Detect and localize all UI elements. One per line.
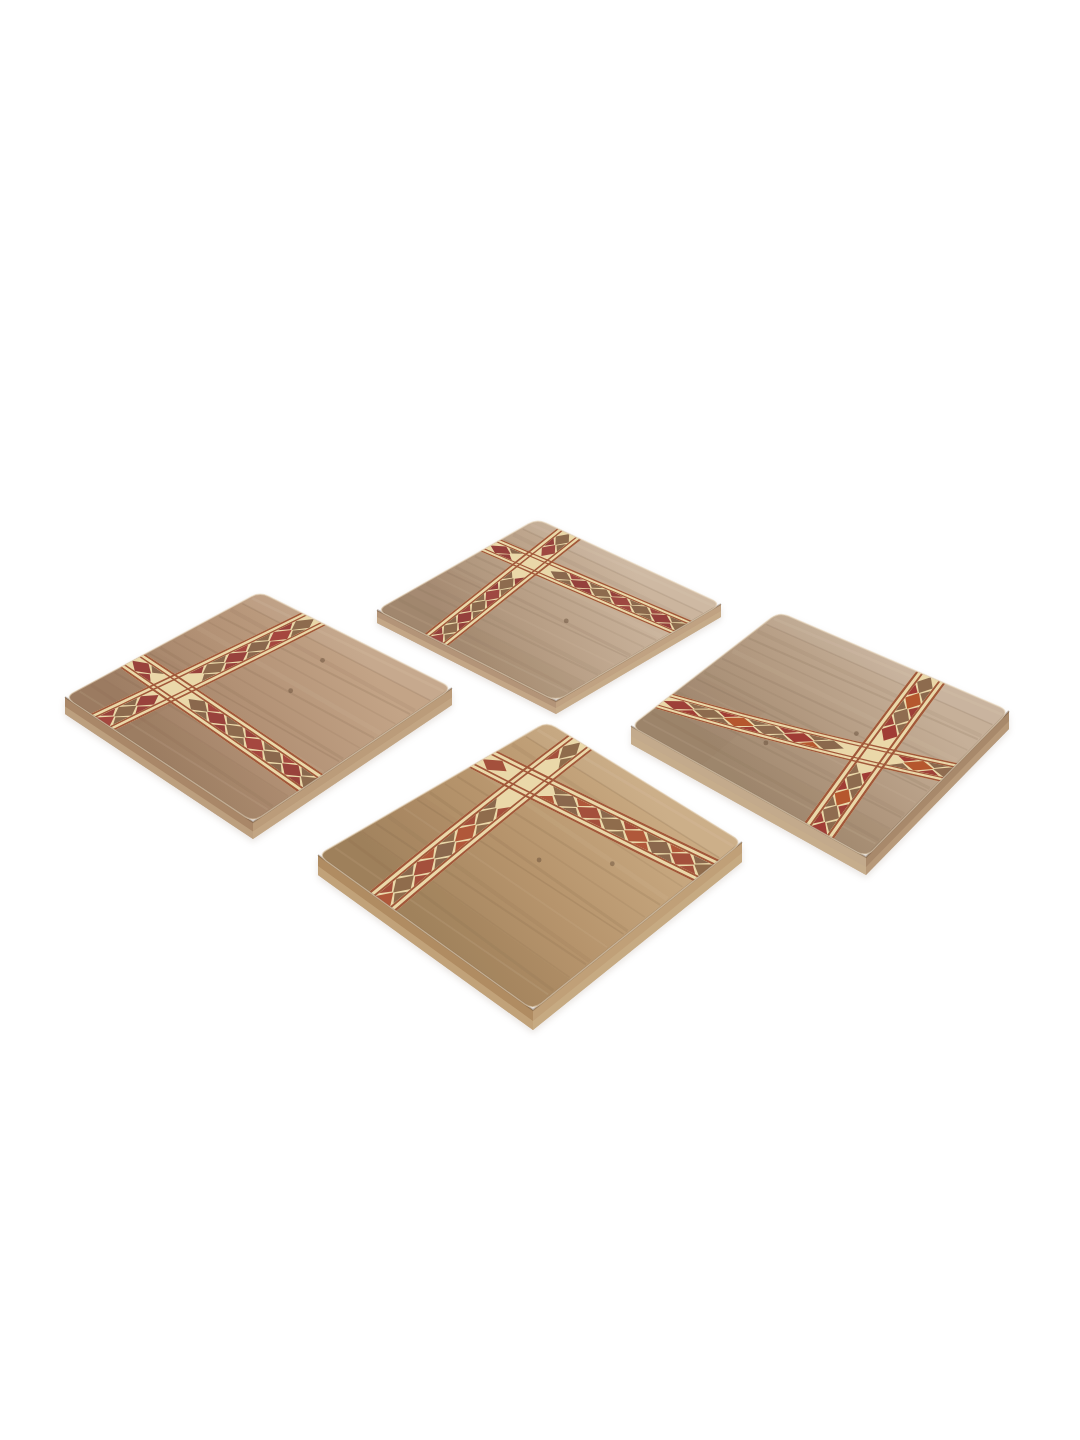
coasters-photo-svg <box>0 0 1080 1440</box>
product-photo <box>0 0 1080 1440</box>
